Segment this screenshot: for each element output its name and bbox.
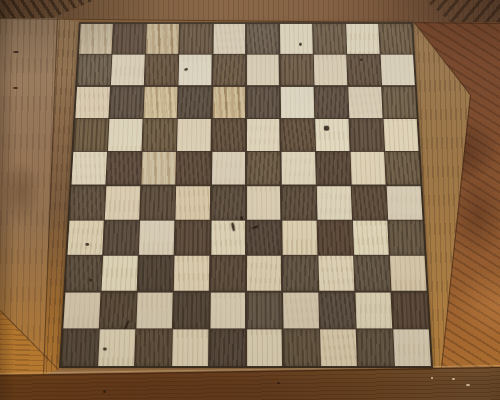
wood-blemish-speck (90, 279, 93, 282)
board-square[interactable] (177, 119, 211, 151)
board-square[interactable] (281, 152, 315, 185)
board-square[interactable] (315, 119, 349, 151)
table-wood-mark (452, 378, 455, 380)
board-square[interactable] (102, 256, 138, 291)
board-square[interactable] (390, 256, 427, 291)
board-square[interactable] (346, 24, 379, 54)
board-square[interactable] (135, 329, 172, 366)
board-square[interactable] (247, 152, 281, 185)
board-square[interactable] (393, 329, 431, 366)
board-square[interactable] (77, 55, 111, 86)
board-square[interactable] (354, 256, 390, 291)
table-wood-mark (466, 384, 470, 386)
board-square[interactable] (318, 256, 354, 291)
board-square[interactable] (281, 119, 315, 151)
board-square[interactable] (247, 256, 282, 291)
board-square[interactable] (79, 24, 113, 54)
board-square[interactable] (142, 152, 177, 185)
wood-blemish-speck (123, 320, 130, 330)
board-square[interactable] (172, 329, 208, 366)
board-square[interactable] (98, 329, 135, 366)
board-square[interactable] (140, 186, 175, 219)
board-square[interactable] (351, 152, 386, 185)
board-square[interactable] (247, 186, 281, 219)
board-square[interactable] (210, 329, 246, 366)
board-square[interactable] (320, 329, 357, 366)
board-square[interactable] (138, 256, 174, 291)
board-square[interactable] (212, 119, 245, 151)
board-square[interactable] (381, 55, 415, 86)
table-wood-mark (431, 377, 433, 379)
board-square[interactable] (247, 119, 280, 151)
board-square[interactable] (112, 24, 145, 54)
board-square[interactable] (139, 221, 174, 255)
board-square[interactable] (280, 87, 313, 118)
board-square[interactable] (69, 186, 105, 219)
board-square[interactable] (106, 152, 141, 185)
board-square[interactable] (247, 55, 280, 86)
games-table-photo (0, 0, 500, 400)
board-square[interactable] (174, 256, 209, 291)
board-square[interactable] (210, 256, 245, 291)
board-square[interactable] (379, 24, 413, 54)
board-square[interactable] (211, 186, 245, 219)
board-square[interactable] (176, 186, 211, 219)
board-square[interactable] (63, 292, 100, 328)
board-square[interactable] (247, 24, 279, 54)
board-square[interactable] (280, 55, 313, 86)
board-square[interactable] (282, 221, 317, 255)
board-square[interactable] (111, 55, 145, 86)
board-square[interactable] (145, 55, 178, 86)
board-square[interactable] (247, 292, 282, 328)
board-square[interactable] (67, 221, 103, 255)
board-square[interactable] (173, 292, 209, 328)
checkerboard-inlay (59, 22, 433, 368)
board-square[interactable] (105, 186, 140, 219)
board-square[interactable] (180, 24, 213, 54)
board-square[interactable] (73, 119, 108, 151)
wood-blemish-speck (360, 58, 363, 61)
board-square[interactable] (352, 186, 387, 219)
board-square[interactable] (213, 55, 246, 86)
board-square[interactable] (179, 55, 212, 86)
wood-blemish-speck (102, 347, 107, 351)
board-square[interactable] (280, 24, 313, 54)
board-square[interactable] (247, 329, 283, 366)
board-square[interactable] (65, 256, 102, 291)
board-square[interactable] (353, 221, 389, 255)
wood-blemish-speck (184, 68, 188, 71)
board-square[interactable] (317, 221, 352, 255)
checkerboard (59, 22, 433, 368)
board-square[interactable] (314, 87, 348, 118)
wood-blemish-speck (323, 126, 329, 131)
board-square[interactable] (247, 87, 280, 118)
board-square[interactable] (213, 24, 245, 54)
table-wood-mark (13, 87, 18, 89)
board-square[interactable] (103, 221, 139, 255)
board-square[interactable] (137, 292, 173, 328)
board-square[interactable] (355, 292, 392, 328)
board-square[interactable] (146, 24, 179, 54)
board-square[interactable] (349, 119, 384, 151)
board-square[interactable] (210, 292, 245, 328)
board-square[interactable] (212, 87, 245, 118)
wood-blemish-speck (231, 222, 236, 231)
board-square[interactable] (108, 119, 143, 151)
board-square[interactable] (283, 329, 319, 366)
board-square[interactable] (282, 256, 317, 291)
wood-blemish-speck (251, 225, 258, 230)
board-square[interactable] (347, 55, 381, 86)
board-square[interactable] (384, 119, 419, 151)
board-square[interactable] (71, 152, 106, 185)
board-square[interactable] (388, 221, 424, 255)
board-square[interactable] (211, 221, 246, 255)
board-square[interactable] (314, 55, 347, 86)
board-square[interactable] (382, 87, 417, 118)
board-square[interactable] (357, 329, 394, 366)
board-square[interactable] (313, 24, 346, 54)
board-square[interactable] (316, 152, 351, 185)
board-square[interactable] (283, 292, 319, 328)
board-square[interactable] (110, 87, 144, 118)
board-square[interactable] (144, 87, 178, 118)
board-square[interactable] (247, 221, 282, 255)
board-square[interactable] (100, 292, 137, 328)
board-square[interactable] (75, 87, 110, 118)
board-square[interactable] (392, 292, 429, 328)
wood-blemish-speck (299, 42, 302, 45)
board-square[interactable] (317, 186, 352, 219)
board-square[interactable] (385, 152, 420, 185)
board-square[interactable] (348, 87, 382, 118)
board-square[interactable] (61, 329, 98, 366)
table-wood-mark (13, 51, 19, 53)
board-square[interactable] (282, 186, 317, 219)
board-square[interactable] (175, 221, 210, 255)
board-square[interactable] (178, 87, 211, 118)
board-square[interactable] (177, 152, 211, 185)
table-wood-mark (277, 382, 280, 384)
board-square[interactable] (387, 186, 423, 219)
board-square[interactable] (143, 119, 177, 151)
board-square[interactable] (319, 292, 355, 328)
wood-blemish-speck (85, 243, 89, 246)
table-wood-mark (103, 390, 106, 393)
board-square[interactable] (212, 152, 246, 185)
